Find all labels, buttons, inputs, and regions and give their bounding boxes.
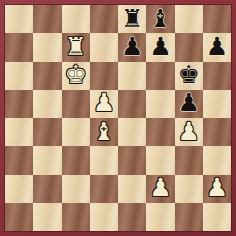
square-f4[interactable] [146,118,174,146]
square-e2[interactable] [118,175,146,203]
square-h3[interactable] [203,146,231,174]
square-c6[interactable]: ♚ [62,62,90,90]
square-g1[interactable] [175,203,203,231]
square-e4[interactable] [118,118,146,146]
black-king: ♚ [177,62,199,87]
square-f7[interactable]: ♟ [146,33,174,61]
white-bishop: ♝ [93,119,115,144]
square-c1[interactable] [62,203,90,231]
square-f5[interactable] [146,90,174,118]
square-b7[interactable] [33,33,61,61]
white-rook: ♜ [64,34,86,59]
square-a6[interactable] [5,62,33,90]
square-e7[interactable]: ♟ [118,33,146,61]
square-f2[interactable]: ♟ [146,175,174,203]
black-pawn: ♟ [177,90,199,115]
square-h1[interactable] [203,203,231,231]
black-bishop: ♝ [149,6,171,31]
square-g5[interactable]: ♟ [175,90,203,118]
square-b6[interactable] [33,62,61,90]
square-a1[interactable] [5,203,33,231]
square-g7[interactable] [175,33,203,61]
square-g3[interactable] [175,146,203,174]
square-a8[interactable] [5,5,33,33]
white-pawn: ♟ [177,119,199,144]
square-d5[interactable]: ♟ [90,90,118,118]
square-h5[interactable] [203,90,231,118]
black-pawn: ♟ [121,34,143,59]
square-h4[interactable] [203,118,231,146]
square-h6[interactable] [203,62,231,90]
black-pawn: ♟ [149,34,171,59]
square-a5[interactable] [5,90,33,118]
square-g4[interactable]: ♟ [175,118,203,146]
square-d1[interactable] [90,203,118,231]
square-g6[interactable]: ♚ [175,62,203,90]
square-d6[interactable] [90,62,118,90]
square-f1[interactable] [146,203,174,231]
square-f6[interactable] [146,62,174,90]
square-e8[interactable]: ♜ [118,5,146,33]
square-c3[interactable] [62,146,90,174]
white-pawn: ♟ [149,175,171,200]
square-b8[interactable] [33,5,61,33]
square-c2[interactable] [62,175,90,203]
square-f3[interactable] [146,146,174,174]
square-g2[interactable] [175,175,203,203]
white-pawn: ♟ [206,175,228,200]
square-g8[interactable] [175,5,203,33]
square-b1[interactable] [33,203,61,231]
square-e3[interactable] [118,146,146,174]
square-h8[interactable] [203,5,231,33]
square-b3[interactable] [33,146,61,174]
square-e1[interactable] [118,203,146,231]
square-c5[interactable] [62,90,90,118]
white-king: ♚ [64,62,86,87]
square-a7[interactable] [5,33,33,61]
square-b5[interactable] [33,90,61,118]
square-b2[interactable] [33,175,61,203]
square-f8[interactable]: ♝ [146,5,174,33]
square-e5[interactable] [118,90,146,118]
square-c7[interactable]: ♜ [62,33,90,61]
square-e6[interactable] [118,62,146,90]
white-pawn: ♟ [93,90,115,115]
square-d8[interactable] [90,5,118,33]
square-b4[interactable] [33,118,61,146]
square-d4[interactable]: ♝ [90,118,118,146]
square-a2[interactable] [5,175,33,203]
square-c8[interactable] [62,5,90,33]
square-c4[interactable] [62,118,90,146]
black-pawn: ♟ [206,34,228,59]
chess-board: ♜♝♜♟♟♟♚♚♟♟♝♟♟♟ [5,5,231,231]
square-h2[interactable]: ♟ [203,175,231,203]
square-h7[interactable]: ♟ [203,33,231,61]
square-d7[interactable] [90,33,118,61]
black-rook: ♜ [121,6,143,31]
square-d3[interactable] [90,146,118,174]
square-d2[interactable] [90,175,118,203]
square-a3[interactable] [5,146,33,174]
square-a4[interactable] [5,118,33,146]
board-frame: ♜♝♜♟♟♟♚♚♟♟♝♟♟♟ [0,0,236,236]
